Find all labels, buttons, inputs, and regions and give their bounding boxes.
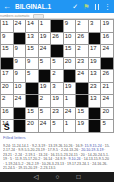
grid-cell[interactable]: 17	[89, 45, 102, 58]
grid-cell[interactable]: 24	[101, 95, 114, 108]
grid-cell[interactable]: 5	[26, 70, 39, 83]
grid-cell[interactable]: 16	[1, 108, 14, 121]
black-cell	[51, 20, 64, 33]
overflow-menu-icon[interactable]: ⋮	[104, 0, 111, 13]
android-navbar: ◁ ○ □	[0, 172, 114, 182]
pause-icon[interactable]	[95, 4, 100, 10]
clue-bar-text: numbers automatic	[0, 14, 57, 18]
cell-number: 15	[77, 108, 84, 115]
grid-cell[interactable]: 3	[89, 20, 102, 33]
cell-number: 19	[77, 120, 84, 127]
grid-cell[interactable]: 1	[39, 20, 52, 33]
cell-number: 9	[2, 33, 5, 40]
grid-cell[interactable]: 20	[101, 108, 114, 121]
grid-cell[interactable]: 9	[14, 45, 27, 58]
cell-number: 23	[52, 108, 59, 115]
grid-cell[interactable]: 2	[51, 70, 64, 83]
back-icon[interactable]: ←	[3, 0, 11, 13]
cell-number: 3	[90, 20, 93, 27]
cell-number: 23	[77, 58, 84, 65]
cell-number: 2	[77, 45, 80, 52]
black-cell	[76, 83, 89, 96]
cell-number: 24	[40, 120, 47, 127]
grid-cell[interactable]: 5	[51, 120, 64, 133]
clue-bar[interactable]: numbers automatic	[0, 13, 114, 19]
black-cell	[89, 108, 102, 121]
cell-number: 24	[15, 20, 22, 27]
grid-cell[interactable]: 21	[101, 83, 114, 96]
cell-number: 13	[90, 70, 97, 77]
nav-home-icon[interactable]: ○	[56, 172, 60, 182]
grid-cell[interactable]: 5	[51, 58, 64, 71]
grid-cell[interactable]: 15	[1, 45, 14, 58]
grid-cell[interactable]: 19	[51, 95, 64, 108]
grid-cell[interactable]: 1	[64, 120, 77, 133]
cell-number: 9	[15, 70, 18, 77]
cell-number: 1	[65, 95, 68, 102]
cell-number: 24	[15, 95, 22, 102]
black-cell	[51, 45, 64, 58]
solved-word-link[interactable]: 9-10-24	[69, 157, 81, 161]
black-cell	[14, 120, 27, 133]
clue-number-list: 9-24: 11-24-14-1 · 9-2-3-19 · 13-19-26-1…	[3, 143, 111, 170]
grid-cell[interactable]: 13	[89, 70, 102, 83]
cell-number: 5	[52, 120, 55, 127]
grid-cell[interactable]: 23	[76, 58, 89, 71]
cell-number: 20	[27, 120, 34, 127]
grid-cell[interactable]: 19	[39, 33, 52, 46]
grid-cell[interactable]: 26	[51, 33, 64, 46]
cell-number: 2	[2, 95, 5, 102]
cell-number: 16	[2, 108, 9, 115]
grid-cell[interactable]: 19	[39, 83, 52, 96]
cell-number: 15	[27, 108, 34, 115]
grid-cell[interactable]: 14	[26, 20, 39, 33]
grid-cell[interactable]: 20	[1, 83, 14, 96]
grid-cell[interactable]: 16	[101, 33, 114, 46]
cell-number: 24	[65, 108, 72, 115]
cell-number: 13	[90, 95, 97, 102]
cell-number: 26	[77, 33, 84, 40]
grid-cell[interactable]: 17	[1, 70, 14, 83]
cell-number: 20	[2, 83, 9, 90]
grid-cell[interactable]: 2	[1, 95, 14, 108]
grid-cell[interactable]: 13	[26, 33, 39, 46]
black-cell	[39, 70, 52, 83]
cell-number: 9	[15, 45, 18, 52]
cell-number: 5	[40, 58, 43, 65]
clue-numbers-text: 9-24: 11-24-14-1 · 9-2-3-19 · 13-19-26-1…	[3, 144, 84, 148]
cell-letter: S	[1, 121, 13, 132]
grid-cell[interactable]: 19	[64, 83, 77, 96]
check-icon[interactable]: ✓	[72, 0, 78, 13]
grid-cell[interactable]: 9	[14, 58, 27, 71]
flag-icon[interactable]: ⚑	[83, 0, 89, 13]
solved-word-link[interactable]: 20-10-19-3-19	[81, 148, 103, 152]
grid-cell[interactable]: 10	[14, 83, 27, 96]
black-cell	[89, 120, 102, 133]
cell-number: 16	[102, 33, 109, 40]
grid-cell[interactable]: 20	[26, 120, 39, 133]
cell-number: 24	[102, 95, 109, 102]
cell-number: 19	[65, 83, 72, 90]
grid-cell[interactable]: 15	[26, 45, 39, 58]
cell-number: 19	[40, 83, 47, 90]
black-cell	[14, 108, 27, 121]
app-screen: ← BILGINAL.1 ✓ ⚑ ⋮ numbers automatic 112…	[0, 0, 114, 182]
cell-number: 19	[40, 33, 47, 40]
cell-number: 17	[2, 70, 9, 77]
nav-back-icon[interactable]: ◁	[34, 172, 39, 182]
grid-cell[interactable]: 24	[14, 20, 27, 33]
cell-number: 20	[65, 58, 72, 65]
cell-number: 14	[27, 20, 34, 27]
grid-cell[interactable]: 3	[51, 83, 64, 96]
cell-number: 15	[2, 45, 9, 52]
cell-number: 2	[52, 70, 55, 77]
cell-number: 20	[102, 108, 109, 115]
grid-cell[interactable]: 15	[64, 45, 77, 58]
solutions-panel: Filled letters 9-24: 11-24-14-1 · 9-2-3-…	[0, 133, 114, 172]
cell-number: 19	[90, 58, 97, 65]
cell-number: 19	[102, 20, 109, 27]
cell-number: 9	[27, 58, 30, 65]
cell-number: 9	[65, 20, 68, 27]
grid-cell[interactable]: 10	[64, 33, 77, 46]
grid-cell[interactable]: 15	[76, 108, 89, 121]
grid-cell[interactable]: 2	[39, 95, 52, 108]
grid-cell[interactable]: 14S	[1, 120, 14, 133]
black-cell	[26, 95, 39, 108]
grid-cell[interactable]: 1	[64, 95, 77, 108]
cell-number: 24	[77, 70, 84, 77]
grid-cell[interactable]: 5	[39, 58, 52, 71]
cell-number: 23	[90, 83, 97, 90]
grid-cell[interactable]: 19	[101, 20, 114, 33]
grid-cell[interactable]: 24	[76, 70, 89, 83]
cell-number: 1	[40, 20, 43, 27]
cell-number: 1	[65, 120, 68, 127]
grid-cell[interactable]: 5	[39, 108, 52, 121]
grid-cell[interactable]: 9	[1, 33, 14, 46]
cell-number: 5	[27, 70, 30, 77]
grid-cell[interactable]: 26	[76, 33, 89, 46]
grid-cell[interactable]: 20	[64, 58, 77, 71]
grid-cell[interactable]: 23	[51, 108, 64, 121]
grid-cell[interactable]: 13	[89, 95, 102, 108]
cell-number: 26	[52, 33, 59, 40]
grid-cell[interactable]: 9	[26, 58, 39, 71]
app-title: BILGINAL.1	[15, 3, 72, 10]
cell-number: 3	[52, 83, 55, 90]
cell-number: 15	[65, 45, 72, 52]
cell-number: 10	[65, 33, 72, 40]
solved-word-link[interactable]: 15-9-15-24	[84, 144, 101, 148]
cell-number: 11	[2, 20, 8, 27]
grid-cell[interactable]: 24	[39, 45, 52, 58]
cell-number: 5	[52, 58, 55, 65]
cell-number: 2	[77, 20, 80, 27]
cell-number: 26	[102, 70, 109, 77]
cell-number: 5	[102, 120, 105, 127]
grid-cell[interactable]: 11	[1, 20, 14, 33]
black-cell	[14, 33, 27, 46]
codeword-grid: 1124141923199131926102616159152415217249…	[0, 19, 114, 133]
cell-number: 9	[15, 58, 18, 65]
nav-recent-icon[interactable]: □	[77, 172, 81, 182]
grid-cell[interactable]: 26	[101, 70, 114, 83]
solutions-heading[interactable]: Filled letters	[3, 135, 111, 139]
grid-cell[interactable]: 23	[89, 83, 102, 96]
cell-number: 24	[102, 45, 109, 52]
grid-cell[interactable]: 19	[89, 58, 102, 71]
toolbar-actions: ✓ ⚑ ⋮	[72, 0, 111, 13]
grid-cell[interactable]: 2	[76, 45, 89, 58]
grid-cell[interactable]: 24	[39, 120, 52, 133]
cell-number: 10	[15, 83, 22, 90]
black-cell	[101, 58, 114, 71]
grid-cell[interactable]: 24	[14, 95, 27, 108]
black-cell	[89, 33, 102, 46]
grid-cell[interactable]: 9	[14, 70, 27, 83]
cell-number: 15	[27, 45, 34, 52]
grid-cell[interactable]: 5	[101, 120, 114, 133]
app-toolbar: ← BILGINAL.1 ✓ ⚑ ⋮	[0, 0, 114, 13]
black-cell	[64, 70, 77, 83]
black-cell	[76, 95, 89, 108]
black-cell	[26, 83, 39, 96]
grid-cell[interactable]: 15	[26, 108, 39, 121]
grid-cell[interactable]: 9	[64, 20, 77, 33]
cell-number: 21	[102, 83, 109, 90]
black-cell	[1, 58, 14, 71]
cell-number: 19	[52, 95, 59, 102]
cell-number: 17	[90, 45, 97, 52]
clue-bar-tab[interactable]	[33, 14, 44, 20]
grid-cell[interactable]: 19	[76, 120, 89, 133]
cell-number: 24	[40, 45, 47, 52]
grid-cell[interactable]: 24	[64, 108, 77, 121]
grid-cell[interactable]: 24	[101, 45, 114, 58]
grid-cell[interactable]: 2	[76, 20, 89, 33]
cell-number: 5	[40, 108, 43, 115]
cell-number: 13	[27, 33, 34, 40]
cell-number: 2	[40, 95, 43, 102]
